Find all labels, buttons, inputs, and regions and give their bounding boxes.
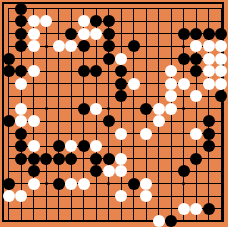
black-stone[interactable]	[103, 53, 115, 65]
white-stone[interactable]	[190, 40, 202, 52]
go-board[interactable]	[0, 0, 228, 227]
black-stone[interactable]	[90, 15, 102, 27]
go-app-window	[0, 0, 228, 227]
black-stone[interactable]	[115, 65, 127, 77]
white-stone[interactable]	[15, 115, 27, 127]
black-stone[interactable]	[78, 103, 90, 115]
white-stone[interactable]	[140, 128, 152, 140]
white-stone[interactable]	[28, 15, 40, 27]
grid-line-horizontal	[8, 221, 222, 222]
white-stone[interactable]	[203, 53, 215, 65]
white-stone[interactable]	[215, 53, 227, 65]
black-stone[interactable]	[53, 178, 65, 190]
black-stone[interactable]	[165, 215, 177, 227]
black-stone[interactable]	[15, 153, 27, 165]
black-stone[interactable]	[190, 28, 202, 40]
black-stone[interactable]	[178, 165, 190, 177]
black-stone[interactable]	[115, 90, 127, 102]
white-stone[interactable]	[203, 65, 215, 77]
black-stone[interactable]	[115, 78, 127, 90]
grid-line-horizontal	[8, 8, 222, 9]
white-stone[interactable]	[140, 190, 152, 202]
white-stone[interactable]	[190, 203, 202, 215]
white-stone[interactable]	[203, 78, 215, 90]
white-stone[interactable]	[165, 78, 177, 90]
black-stone[interactable]	[53, 140, 65, 152]
star-point	[182, 182, 185, 185]
white-stone[interactable]	[28, 65, 40, 77]
white-stone[interactable]	[78, 15, 90, 27]
black-stone[interactable]	[178, 28, 190, 40]
black-stone[interactable]	[65, 28, 77, 40]
white-stone[interactable]	[90, 103, 102, 115]
black-stone[interactable]	[103, 153, 115, 165]
white-stone[interactable]	[215, 40, 227, 52]
white-stone[interactable]	[178, 78, 190, 90]
white-stone[interactable]	[165, 90, 177, 102]
black-stone[interactable]	[203, 203, 215, 215]
grid-line-horizontal	[8, 146, 222, 147]
black-stone[interactable]	[15, 40, 27, 52]
black-stone[interactable]	[140, 103, 152, 115]
white-stone[interactable]	[153, 115, 165, 127]
white-stone[interactable]	[115, 165, 127, 177]
white-stone[interactable]	[115, 190, 127, 202]
grid-line-horizontal	[8, 183, 222, 184]
white-stone[interactable]	[15, 78, 27, 90]
star-point	[45, 182, 48, 185]
black-stone[interactable]	[203, 128, 215, 140]
black-stone[interactable]	[103, 15, 115, 27]
white-stone[interactable]	[190, 128, 202, 140]
black-stone[interactable]	[3, 65, 15, 77]
white-stone[interactable]	[115, 128, 127, 140]
grid-line-horizontal	[8, 108, 222, 109]
star-point	[182, 45, 185, 48]
white-stone[interactable]	[90, 28, 102, 40]
black-stone[interactable]	[103, 28, 115, 40]
white-stone[interactable]	[28, 28, 40, 40]
white-stone[interactable]	[28, 115, 40, 127]
black-stone[interactable]	[28, 153, 40, 165]
grid-line-horizontal	[8, 121, 222, 122]
white-stone[interactable]	[3, 190, 15, 202]
black-stone[interactable]	[103, 115, 115, 127]
black-stone[interactable]	[78, 40, 90, 52]
black-stone[interactable]	[103, 40, 115, 52]
grid-line-vertical	[96, 8, 97, 222]
white-stone[interactable]	[103, 165, 115, 177]
black-stone[interactable]	[78, 140, 90, 152]
white-stone[interactable]	[78, 28, 90, 40]
black-stone[interactable]	[190, 65, 202, 77]
star-point	[107, 107, 110, 110]
white-stone[interactable]	[178, 203, 190, 215]
star-point	[45, 107, 48, 110]
black-stone[interactable]	[15, 3, 27, 15]
black-stone[interactable]	[203, 28, 215, 40]
black-stone[interactable]	[28, 165, 40, 177]
black-stone[interactable]	[3, 53, 15, 65]
white-stone[interactable]	[15, 103, 27, 115]
white-stone[interactable]	[65, 40, 77, 52]
grid-line-vertical	[183, 8, 184, 222]
white-stone[interactable]	[28, 40, 40, 52]
white-stone[interactable]	[53, 40, 65, 52]
black-stone[interactable]	[90, 65, 102, 77]
white-stone[interactable]	[165, 65, 177, 77]
black-stone[interactable]	[90, 165, 102, 177]
black-stone[interactable]	[128, 178, 140, 190]
black-stone[interactable]	[128, 40, 140, 52]
black-stone[interactable]	[15, 65, 27, 77]
white-stone[interactable]	[40, 15, 52, 27]
white-stone[interactable]	[165, 103, 177, 115]
white-stone[interactable]	[115, 53, 127, 65]
black-stone[interactable]	[53, 153, 65, 165]
black-stone[interactable]	[190, 53, 202, 65]
black-stone[interactable]	[15, 28, 27, 40]
black-stone[interactable]	[178, 53, 190, 65]
black-stone[interactable]	[3, 115, 15, 127]
white-stone[interactable]	[215, 78, 227, 90]
white-stone[interactable]	[153, 103, 165, 115]
black-stone[interactable]	[203, 115, 215, 127]
black-stone[interactable]	[90, 153, 102, 165]
black-stone[interactable]	[215, 28, 227, 40]
black-stone[interactable]	[203, 140, 215, 152]
white-stone[interactable]	[78, 178, 90, 190]
black-stone[interactable]	[78, 65, 90, 77]
white-stone[interactable]	[65, 140, 77, 152]
black-stone[interactable]	[15, 140, 27, 152]
star-point	[45, 45, 48, 48]
black-stone[interactable]	[215, 90, 227, 102]
star-point	[107, 182, 110, 185]
white-stone[interactable]	[153, 215, 165, 227]
white-stone[interactable]	[140, 178, 152, 190]
black-stone[interactable]	[15, 128, 27, 140]
black-stone[interactable]	[40, 153, 52, 165]
white-stone[interactable]	[28, 178, 40, 190]
black-stone[interactable]	[3, 178, 15, 190]
black-stone[interactable]	[190, 153, 202, 165]
white-stone[interactable]	[128, 78, 140, 90]
star-point	[182, 107, 185, 110]
white-stone[interactable]	[15, 190, 27, 202]
black-stone[interactable]	[65, 153, 77, 165]
grid-line-vertical	[171, 8, 172, 222]
white-stone[interactable]	[115, 153, 127, 165]
white-stone[interactable]	[203, 40, 215, 52]
grid-line-vertical	[46, 8, 47, 222]
white-stone[interactable]	[215, 65, 227, 77]
white-stone[interactable]	[90, 140, 102, 152]
white-stone[interactable]	[65, 178, 77, 190]
white-stone[interactable]	[28, 140, 40, 152]
black-stone[interactable]	[15, 15, 27, 27]
white-stone[interactable]	[190, 90, 202, 102]
